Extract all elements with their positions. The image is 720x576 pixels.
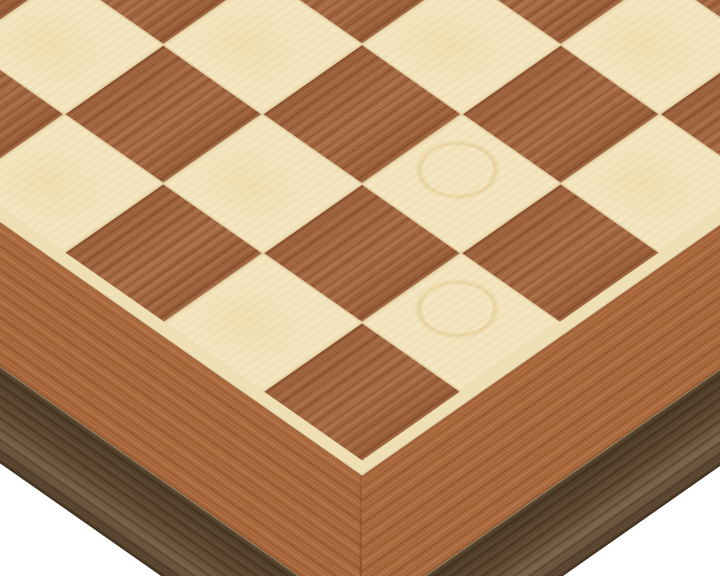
mitre-seam-line (360, 459, 362, 576)
photo-scene (0, 0, 720, 576)
